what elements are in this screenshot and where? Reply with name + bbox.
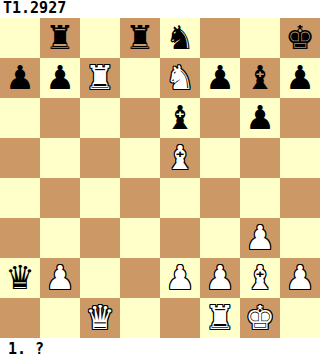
square-b6[interactable]: [40, 98, 80, 138]
square-c6[interactable]: [80, 98, 120, 138]
square-a6[interactable]: [0, 98, 40, 138]
square-d3[interactable]: [120, 218, 160, 258]
square-d1[interactable]: [120, 298, 160, 338]
square-h2[interactable]: ♟: [280, 258, 320, 298]
square-a7[interactable]: ♟: [0, 58, 40, 98]
square-c4[interactable]: [80, 178, 120, 218]
square-f4[interactable]: [200, 178, 240, 218]
square-b4[interactable]: [40, 178, 80, 218]
piece-white-king[interactable]: ♚: [240, 298, 280, 338]
square-c3[interactable]: [80, 218, 120, 258]
square-a5[interactable]: [0, 138, 40, 178]
piece-white-pawn[interactable]: ♟: [240, 218, 280, 258]
piece-white-rook[interactable]: ♜: [200, 298, 240, 338]
square-b1[interactable]: [40, 298, 80, 338]
square-f2[interactable]: ♟: [200, 258, 240, 298]
piece-white-rook[interactable]: ♜: [80, 58, 120, 98]
square-h3[interactable]: [280, 218, 320, 258]
square-c8[interactable]: [80, 18, 120, 58]
square-e5[interactable]: ♝: [160, 138, 200, 178]
piece-black-bishop[interactable]: ♝: [240, 58, 280, 98]
square-d2[interactable]: [120, 258, 160, 298]
square-g7[interactable]: ♝: [240, 58, 280, 98]
square-b3[interactable]: [40, 218, 80, 258]
piece-black-rook[interactable]: ♜: [120, 18, 160, 58]
piece-black-pawn[interactable]: ♟: [200, 58, 240, 98]
chess-board: ♜♜♞♚♟♟♜♞♟♝♟♝♟♝♟♛♟♟♟♝♟♛♜♚: [0, 18, 320, 338]
chess-puzzle-window: T1.2927 ♜♜♞♚♟♟♜♞♟♝♟♝♟♝♟♛♟♟♟♝♟♛♜♚ 1. ?: [0, 0, 320, 360]
square-a4[interactable]: [0, 178, 40, 218]
square-f8[interactable]: [200, 18, 240, 58]
piece-black-king[interactable]: ♚: [280, 18, 320, 58]
square-h4[interactable]: [280, 178, 320, 218]
square-g1[interactable]: ♚: [240, 298, 280, 338]
piece-white-pawn[interactable]: ♟: [40, 258, 80, 298]
piece-black-knight[interactable]: ♞: [160, 18, 200, 58]
move-prompt: 1. ?: [0, 338, 320, 360]
square-h5[interactable]: [280, 138, 320, 178]
square-e7[interactable]: ♞: [160, 58, 200, 98]
square-d8[interactable]: ♜: [120, 18, 160, 58]
square-a1[interactable]: [0, 298, 40, 338]
piece-white-bishop[interactable]: ♝: [240, 258, 280, 298]
square-g2[interactable]: ♝: [240, 258, 280, 298]
square-g8[interactable]: [240, 18, 280, 58]
square-c5[interactable]: [80, 138, 120, 178]
square-e3[interactable]: [160, 218, 200, 258]
square-h6[interactable]: [280, 98, 320, 138]
piece-white-pawn[interactable]: ♟: [280, 258, 320, 298]
piece-black-pawn[interactable]: ♟: [280, 58, 320, 98]
square-c7[interactable]: ♜: [80, 58, 120, 98]
square-g3[interactable]: ♟: [240, 218, 280, 258]
square-d7[interactable]: [120, 58, 160, 98]
square-b2[interactable]: ♟: [40, 258, 80, 298]
square-f1[interactable]: ♜: [200, 298, 240, 338]
square-d4[interactable]: [120, 178, 160, 218]
square-d5[interactable]: [120, 138, 160, 178]
square-g5[interactable]: [240, 138, 280, 178]
piece-white-pawn[interactable]: ♟: [160, 258, 200, 298]
square-e4[interactable]: [160, 178, 200, 218]
square-e6[interactable]: ♝: [160, 98, 200, 138]
square-b8[interactable]: ♜: [40, 18, 80, 58]
square-h8[interactable]: ♚: [280, 18, 320, 58]
square-h1[interactable]: [280, 298, 320, 338]
square-f3[interactable]: [200, 218, 240, 258]
piece-white-pawn[interactable]: ♟: [200, 258, 240, 298]
square-g4[interactable]: [240, 178, 280, 218]
piece-white-queen[interactable]: ♛: [80, 298, 120, 338]
square-e1[interactable]: [160, 298, 200, 338]
piece-black-bishop[interactable]: ♝: [160, 98, 200, 138]
square-e8[interactable]: ♞: [160, 18, 200, 58]
piece-black-pawn[interactable]: ♟: [40, 58, 80, 98]
square-c2[interactable]: [80, 258, 120, 298]
piece-black-rook[interactable]: ♜: [40, 18, 80, 58]
piece-white-knight[interactable]: ♞: [160, 58, 200, 98]
piece-black-queen[interactable]: ♛: [0, 258, 40, 298]
square-e2[interactable]: ♟: [160, 258, 200, 298]
square-f7[interactable]: ♟: [200, 58, 240, 98]
square-a3[interactable]: [0, 218, 40, 258]
square-b5[interactable]: [40, 138, 80, 178]
piece-black-pawn[interactable]: ♟: [0, 58, 40, 98]
piece-white-bishop[interactable]: ♝: [160, 138, 200, 178]
square-f6[interactable]: [200, 98, 240, 138]
square-d6[interactable]: [120, 98, 160, 138]
piece-black-pawn[interactable]: ♟: [240, 98, 280, 138]
square-f5[interactable]: [200, 138, 240, 178]
square-a2[interactable]: ♛: [0, 258, 40, 298]
square-a8[interactable]: [0, 18, 40, 58]
square-g6[interactable]: ♟: [240, 98, 280, 138]
puzzle-title: T1.2927: [0, 0, 320, 18]
square-h7[interactable]: ♟: [280, 58, 320, 98]
square-c1[interactable]: ♛: [80, 298, 120, 338]
square-b7[interactable]: ♟: [40, 58, 80, 98]
